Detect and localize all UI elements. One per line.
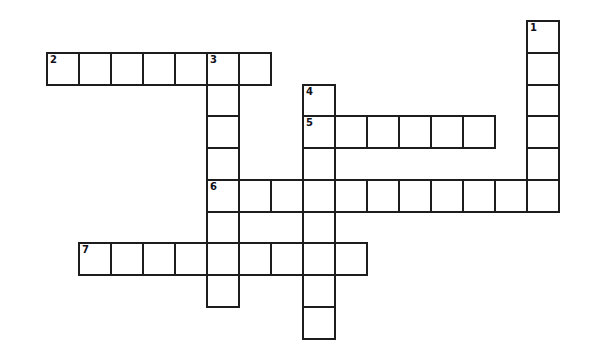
- crossword-cell-r5c8[interactable]: [302, 179, 336, 213]
- crossword-cell-r6c8[interactable]: [302, 211, 336, 245]
- crossword-cell-r1c3[interactable]: [142, 52, 176, 86]
- crossword-grid: 1234567: [47, 21, 559, 339]
- crossword-page: { "game": "crossword", "board": { "rows"…: [0, 0, 600, 354]
- crossword-cell-r7c1[interactable]: 7: [78, 242, 112, 276]
- crossword-cell-r1c0[interactable]: 2: [46, 52, 80, 86]
- crossword-cell-r5c15[interactable]: [526, 179, 560, 213]
- crossword-cell-r1c2[interactable]: [110, 52, 144, 86]
- crossword-cell-r0c15[interactable]: 1: [526, 20, 560, 54]
- crossword-cell-r2c5[interactable]: [206, 84, 240, 118]
- clue-number-5: 5: [306, 117, 313, 129]
- crossword-cell-r7c8[interactable]: [302, 242, 336, 276]
- crossword-cell-r5c7[interactable]: [270, 179, 304, 213]
- crossword-cell-r8c8[interactable]: [302, 274, 336, 308]
- crossword-cell-r7c7[interactable]: [270, 242, 304, 276]
- crossword-cell-r7c6[interactable]: [238, 242, 272, 276]
- crossword-cell-r4c5[interactable]: [206, 147, 240, 181]
- crossword-cell-r5c9[interactable]: [334, 179, 368, 213]
- crossword-cell-r5c12[interactable]: [430, 179, 464, 213]
- crossword-cell-r1c4[interactable]: [174, 52, 208, 86]
- crossword-cell-r5c6[interactable]: [238, 179, 272, 213]
- crossword-cell-r7c2[interactable]: [110, 242, 144, 276]
- clue-number-3: 3: [210, 54, 217, 66]
- crossword-cell-r5c10[interactable]: [366, 179, 400, 213]
- crossword-cell-r3c15[interactable]: [526, 115, 560, 149]
- crossword-cell-r4c8[interactable]: [302, 147, 336, 181]
- crossword-cell-r7c5[interactable]: [206, 242, 240, 276]
- crossword-cell-r4c15[interactable]: [526, 147, 560, 181]
- clue-number-7: 7: [82, 244, 89, 256]
- crossword-cell-r5c11[interactable]: [398, 179, 432, 213]
- crossword-cell-r7c3[interactable]: [142, 242, 176, 276]
- crossword-cell-r9c8[interactable]: [302, 306, 336, 340]
- clue-number-2: 2: [50, 54, 57, 66]
- crossword-cell-r3c5[interactable]: [206, 115, 240, 149]
- crossword-cell-r7c4[interactable]: [174, 242, 208, 276]
- crossword-cell-r3c13[interactable]: [462, 115, 496, 149]
- crossword-cell-r3c8[interactable]: 5: [302, 115, 336, 149]
- crossword-cell-r3c11[interactable]: [398, 115, 432, 149]
- crossword-cell-r7c9[interactable]: [334, 242, 368, 276]
- crossword-cell-r1c6[interactable]: [238, 52, 272, 86]
- clue-number-4: 4: [306, 86, 313, 98]
- crossword-cell-r6c5[interactable]: [206, 211, 240, 245]
- crossword-cell-r8c5[interactable]: [206, 274, 240, 308]
- crossword-cell-r2c8[interactable]: 4: [302, 84, 336, 118]
- crossword-cell-r3c12[interactable]: [430, 115, 464, 149]
- clue-number-6: 6: [210, 181, 217, 193]
- crossword-cell-r2c15[interactable]: [526, 84, 560, 118]
- crossword-cell-r3c9[interactable]: [334, 115, 368, 149]
- crossword-cell-r5c14[interactable]: [494, 179, 528, 213]
- crossword-cell-r3c10[interactable]: [366, 115, 400, 149]
- crossword-cell-r1c1[interactable]: [78, 52, 112, 86]
- crossword-cell-r5c5[interactable]: 6: [206, 179, 240, 213]
- crossword-cell-r1c15[interactable]: [526, 52, 560, 86]
- crossword-cell-r1c5[interactable]: 3: [206, 52, 240, 86]
- crossword-cell-r5c13[interactable]: [462, 179, 496, 213]
- clue-number-1: 1: [530, 22, 537, 34]
